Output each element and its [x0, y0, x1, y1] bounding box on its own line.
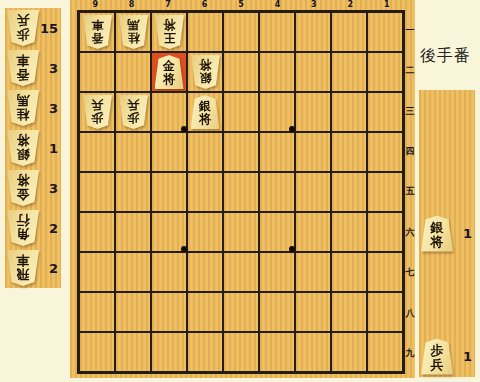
square-29[interactable] [332, 333, 366, 371]
square-22[interactable] [332, 53, 366, 91]
square-51[interactable] [224, 13, 258, 51]
koma-sente-kinsho[interactable]: 金将 [155, 55, 184, 89]
square-91[interactable]: 香車 [80, 13, 114, 51]
square-18[interactable] [368, 293, 402, 331]
square-24[interactable] [332, 133, 366, 171]
koma-kanji: 桂 [17, 107, 30, 121]
square-13[interactable] [368, 93, 402, 131]
square-78[interactable] [152, 293, 186, 331]
square-33[interactable] [296, 93, 330, 131]
sente-hand-slot [419, 295, 475, 336]
hand-count: 3 [49, 61, 60, 76]
rank-label-3: 三 [405, 91, 415, 131]
koma-shadow: 歩兵 [119, 95, 148, 129]
turn-indicator: 後手番 [420, 46, 471, 67]
koma-kanji: 銀 [431, 221, 444, 235]
koma-kanji: 車 [17, 53, 30, 67]
koma-gote-kinsho[interactable]: 金将 [7, 170, 39, 206]
koma-kanji: 車 [17, 253, 30, 267]
square-43[interactable] [260, 93, 294, 131]
file-label-7: 7 [150, 0, 186, 10]
square-86[interactable] [116, 213, 150, 251]
square-41[interactable] [260, 13, 294, 51]
koma-shadow: 香車 [7, 50, 39, 86]
square-28[interactable] [332, 293, 366, 331]
file-label-1: 1 [369, 0, 405, 10]
hoshi-star-point [181, 246, 187, 252]
koma-kanji: 飛 [17, 267, 30, 281]
koma-kanji: 将 [199, 113, 211, 126]
koma-kanji: 将 [163, 18, 175, 31]
koma-kanji: 歩 [431, 344, 444, 358]
koma-gote-hisha[interactable]: 飛車 [7, 250, 39, 286]
koma-gote-ginsho[interactable]: 銀将 [191, 55, 220, 89]
square-21[interactable] [332, 13, 366, 51]
square-17[interactable] [368, 253, 402, 291]
koma-gote-keima[interactable]: 桂馬 [119, 15, 148, 49]
hoshi-star-point [181, 126, 187, 132]
koma-gote-kakugyo[interactable]: 角行 [7, 210, 39, 246]
koma-gote-kyosha[interactable]: 香車 [83, 15, 112, 49]
koma-kanji: 行 [17, 213, 30, 227]
gote-hand-slot[interactable]: 歩兵15 [5, 8, 61, 48]
square-82[interactable] [116, 53, 150, 91]
square-59[interactable] [224, 333, 258, 371]
square-25[interactable] [332, 173, 366, 211]
square-87[interactable] [116, 253, 150, 291]
koma-shadow: 銀将 [421, 216, 453, 252]
koma-kanji: 将 [17, 173, 30, 187]
square-73[interactable] [152, 93, 186, 131]
koma-shadow: 金将 [155, 55, 184, 89]
file-label-3: 3 [296, 0, 332, 10]
gote-hand-slot[interactable]: 銀将1 [5, 128, 61, 168]
koma-kanji: 金 [17, 187, 30, 201]
square-15[interactable] [368, 173, 402, 211]
square-81[interactable]: 桂馬 [116, 13, 150, 51]
sente-hand-slot [419, 172, 475, 213]
hand-count: 1 [49, 141, 60, 156]
file-labels: 987654321 [77, 0, 405, 10]
sente-captured-tray: 銀将1歩兵1 [419, 90, 475, 377]
square-69[interactable] [188, 333, 222, 371]
hoshi-star-point [289, 246, 295, 252]
koma-gote-osho[interactable]: 王将 [155, 15, 184, 49]
koma-shadow: 桂馬 [7, 90, 39, 126]
square-55[interactable] [224, 173, 258, 211]
rank-label-5: 五 [405, 172, 415, 212]
koma-gote-ginsho[interactable]: 銀将 [7, 130, 39, 166]
file-label-2: 2 [332, 0, 368, 10]
rank-label-9: 九 [405, 334, 415, 374]
koma-kanji: 歩 [91, 111, 103, 124]
koma-kanji: 将 [17, 133, 30, 147]
koma-kanji: 兵 [91, 98, 103, 111]
square-79[interactable] [152, 333, 186, 371]
square-83[interactable]: 歩兵 [116, 93, 150, 131]
square-12[interactable] [368, 53, 402, 91]
koma-kanji: 将 [431, 235, 444, 249]
gote-hand-slot[interactable]: 桂馬3 [5, 88, 61, 128]
square-32[interactable] [296, 53, 330, 91]
square-67[interactable] [188, 253, 222, 291]
square-84[interactable] [116, 133, 150, 171]
hand-count: 15 [40, 21, 60, 36]
koma-kanji: 銀 [17, 147, 30, 161]
square-66[interactable] [188, 213, 222, 251]
koma-kanji: 歩 [127, 111, 139, 124]
square-68[interactable] [188, 293, 222, 331]
square-89[interactable] [116, 333, 150, 371]
square-47[interactable] [260, 253, 294, 291]
koma-kanji: 兵 [431, 358, 444, 372]
gote-captured-tray: 歩兵15香車3桂馬3銀将1金将3角行2飛車2 [5, 8, 61, 288]
koma-sente-fuhyo[interactable]: 歩兵 [421, 339, 453, 375]
square-75[interactable] [152, 173, 186, 211]
square-97[interactable] [80, 253, 114, 291]
square-46[interactable] [260, 213, 294, 251]
hoshi-star-point [289, 126, 295, 132]
rank-label-2: 二 [405, 50, 415, 90]
koma-shadow: 銀将 [191, 95, 220, 129]
rank-label-6: 六 [405, 212, 415, 252]
square-77[interactable] [152, 253, 186, 291]
koma-shadow: 王将 [155, 15, 184, 49]
koma-kanji: 角 [17, 227, 30, 241]
square-16[interactable] [368, 213, 402, 251]
square-63[interactable]: 銀将 [188, 93, 222, 131]
square-92[interactable] [80, 53, 114, 91]
square-52[interactable] [224, 53, 258, 91]
rank-label-8: 八 [405, 293, 415, 333]
koma-shadow: 桂馬 [119, 15, 148, 49]
hand-count: 2 [49, 261, 60, 276]
square-27[interactable] [332, 253, 366, 291]
rank-label-7: 七 [405, 253, 415, 293]
sente-hand-slot [419, 254, 475, 295]
square-53[interactable] [224, 93, 258, 131]
square-71[interactable]: 王将 [152, 13, 186, 51]
sente-hand-slot[interactable]: 銀将1 [419, 213, 475, 254]
koma-shadow: 歩兵 [421, 339, 453, 375]
rank-label-1: 一 [405, 10, 415, 50]
square-72[interactable]: 金将 [152, 53, 186, 91]
square-57[interactable] [224, 253, 258, 291]
koma-shadow: 香車 [83, 15, 112, 49]
square-96[interactable] [80, 213, 114, 251]
square-49[interactable] [260, 333, 294, 371]
square-99[interactable] [80, 333, 114, 371]
file-label-8: 8 [113, 0, 149, 10]
koma-kanji: 将 [199, 58, 211, 71]
hand-count: 2 [49, 221, 60, 236]
sente-hand-slot [419, 131, 475, 172]
square-65[interactable] [188, 173, 222, 211]
koma-kanji: 銀 [199, 71, 211, 84]
shogi-diagram: 歩兵15香車3桂馬3銀将1金将3角行2飛車2 987654321 香車桂馬王将金… [0, 0, 480, 382]
square-35[interactable] [296, 173, 330, 211]
koma-shadow: 飛車 [7, 250, 39, 286]
square-44[interactable] [260, 133, 294, 171]
koma-sente-ginsho[interactable]: 銀将 [191, 95, 220, 129]
koma-shadow: 金将 [7, 170, 39, 206]
square-93[interactable]: 歩兵 [80, 93, 114, 131]
square-74[interactable] [152, 133, 186, 171]
koma-kanji: 王 [163, 31, 175, 44]
square-64[interactable] [188, 133, 222, 171]
koma-kanji: 歩 [17, 27, 30, 41]
square-62[interactable]: 銀将 [188, 53, 222, 91]
file-label-9: 9 [77, 0, 113, 10]
koma-gote-fuhyo[interactable]: 歩兵 [83, 95, 112, 129]
square-85[interactable] [116, 173, 150, 211]
koma-kanji: 車 [91, 18, 103, 31]
rank-label-4: 四 [405, 131, 415, 171]
square-61[interactable] [188, 13, 222, 51]
koma-shadow: 角行 [7, 210, 39, 246]
square-56[interactable] [224, 213, 258, 251]
square-45[interactable] [260, 173, 294, 211]
square-95[interactable] [80, 173, 114, 211]
hand-count: 3 [49, 101, 60, 116]
square-11[interactable] [368, 13, 402, 51]
square-26[interactable] [332, 213, 366, 251]
koma-shadow: 歩兵 [7, 10, 39, 46]
hand-count: 1 [463, 349, 474, 364]
koma-gote-kyosha[interactable]: 香車 [7, 50, 39, 86]
koma-kanji: 桂 [127, 31, 139, 44]
square-58[interactable] [224, 293, 258, 331]
board-grid: 香車桂馬王将金将銀将歩兵歩兵銀将 [77, 10, 405, 374]
koma-kanji: 馬 [17, 93, 30, 107]
square-88[interactable] [116, 293, 150, 331]
koma-kanji: 香 [91, 31, 103, 44]
koma-kanji: 将 [163, 73, 175, 86]
koma-kanji: 香 [17, 67, 30, 81]
square-98[interactable] [80, 293, 114, 331]
square-39[interactable] [296, 333, 330, 371]
koma-kanji: 馬 [127, 18, 139, 31]
square-48[interactable] [260, 293, 294, 331]
square-94[interactable] [80, 133, 114, 171]
koma-gote-fuhyo[interactable]: 歩兵 [119, 95, 148, 129]
koma-shadow: 歩兵 [83, 95, 112, 129]
gote-hand-slot[interactable]: 角行2 [5, 208, 61, 248]
file-label-6: 6 [186, 0, 222, 10]
square-38[interactable] [296, 293, 330, 331]
file-label-5: 5 [223, 0, 259, 10]
hand-count: 3 [49, 181, 60, 196]
koma-shadow: 銀将 [191, 55, 220, 89]
gote-hand-slot[interactable]: 飛車2 [5, 248, 61, 288]
square-76[interactable] [152, 213, 186, 251]
square-36[interactable] [296, 213, 330, 251]
shogi-board: 987654321 香車桂馬王将金将銀将歩兵歩兵銀将 一二三四五六七八九 [70, 0, 415, 378]
square-42[interactable] [260, 53, 294, 91]
file-label-4: 4 [259, 0, 295, 10]
koma-gote-fuhyo[interactable]: 歩兵 [7, 10, 39, 46]
koma-kanji: 兵 [17, 13, 30, 27]
koma-kanji: 兵 [127, 98, 139, 111]
square-19[interactable] [368, 333, 402, 371]
koma-shadow: 銀将 [7, 130, 39, 166]
rank-labels: 一二三四五六七八九 [405, 10, 415, 374]
gote-hand-slot[interactable]: 香車3 [5, 48, 61, 88]
square-31[interactable] [296, 13, 330, 51]
hand-count: 1 [463, 226, 474, 241]
square-34[interactable] [296, 133, 330, 171]
square-14[interactable] [368, 133, 402, 171]
koma-sente-ginsho[interactable]: 銀将 [421, 216, 453, 252]
sente-hand-slot [419, 90, 475, 131]
gote-hand-slot[interactable]: 金将3 [5, 168, 61, 208]
square-54[interactable] [224, 133, 258, 171]
koma-gote-keima[interactable]: 桂馬 [7, 90, 39, 126]
square-23[interactable] [332, 93, 366, 131]
sente-hand-slot[interactable]: 歩兵1 [419, 336, 475, 377]
square-37[interactable] [296, 253, 330, 291]
